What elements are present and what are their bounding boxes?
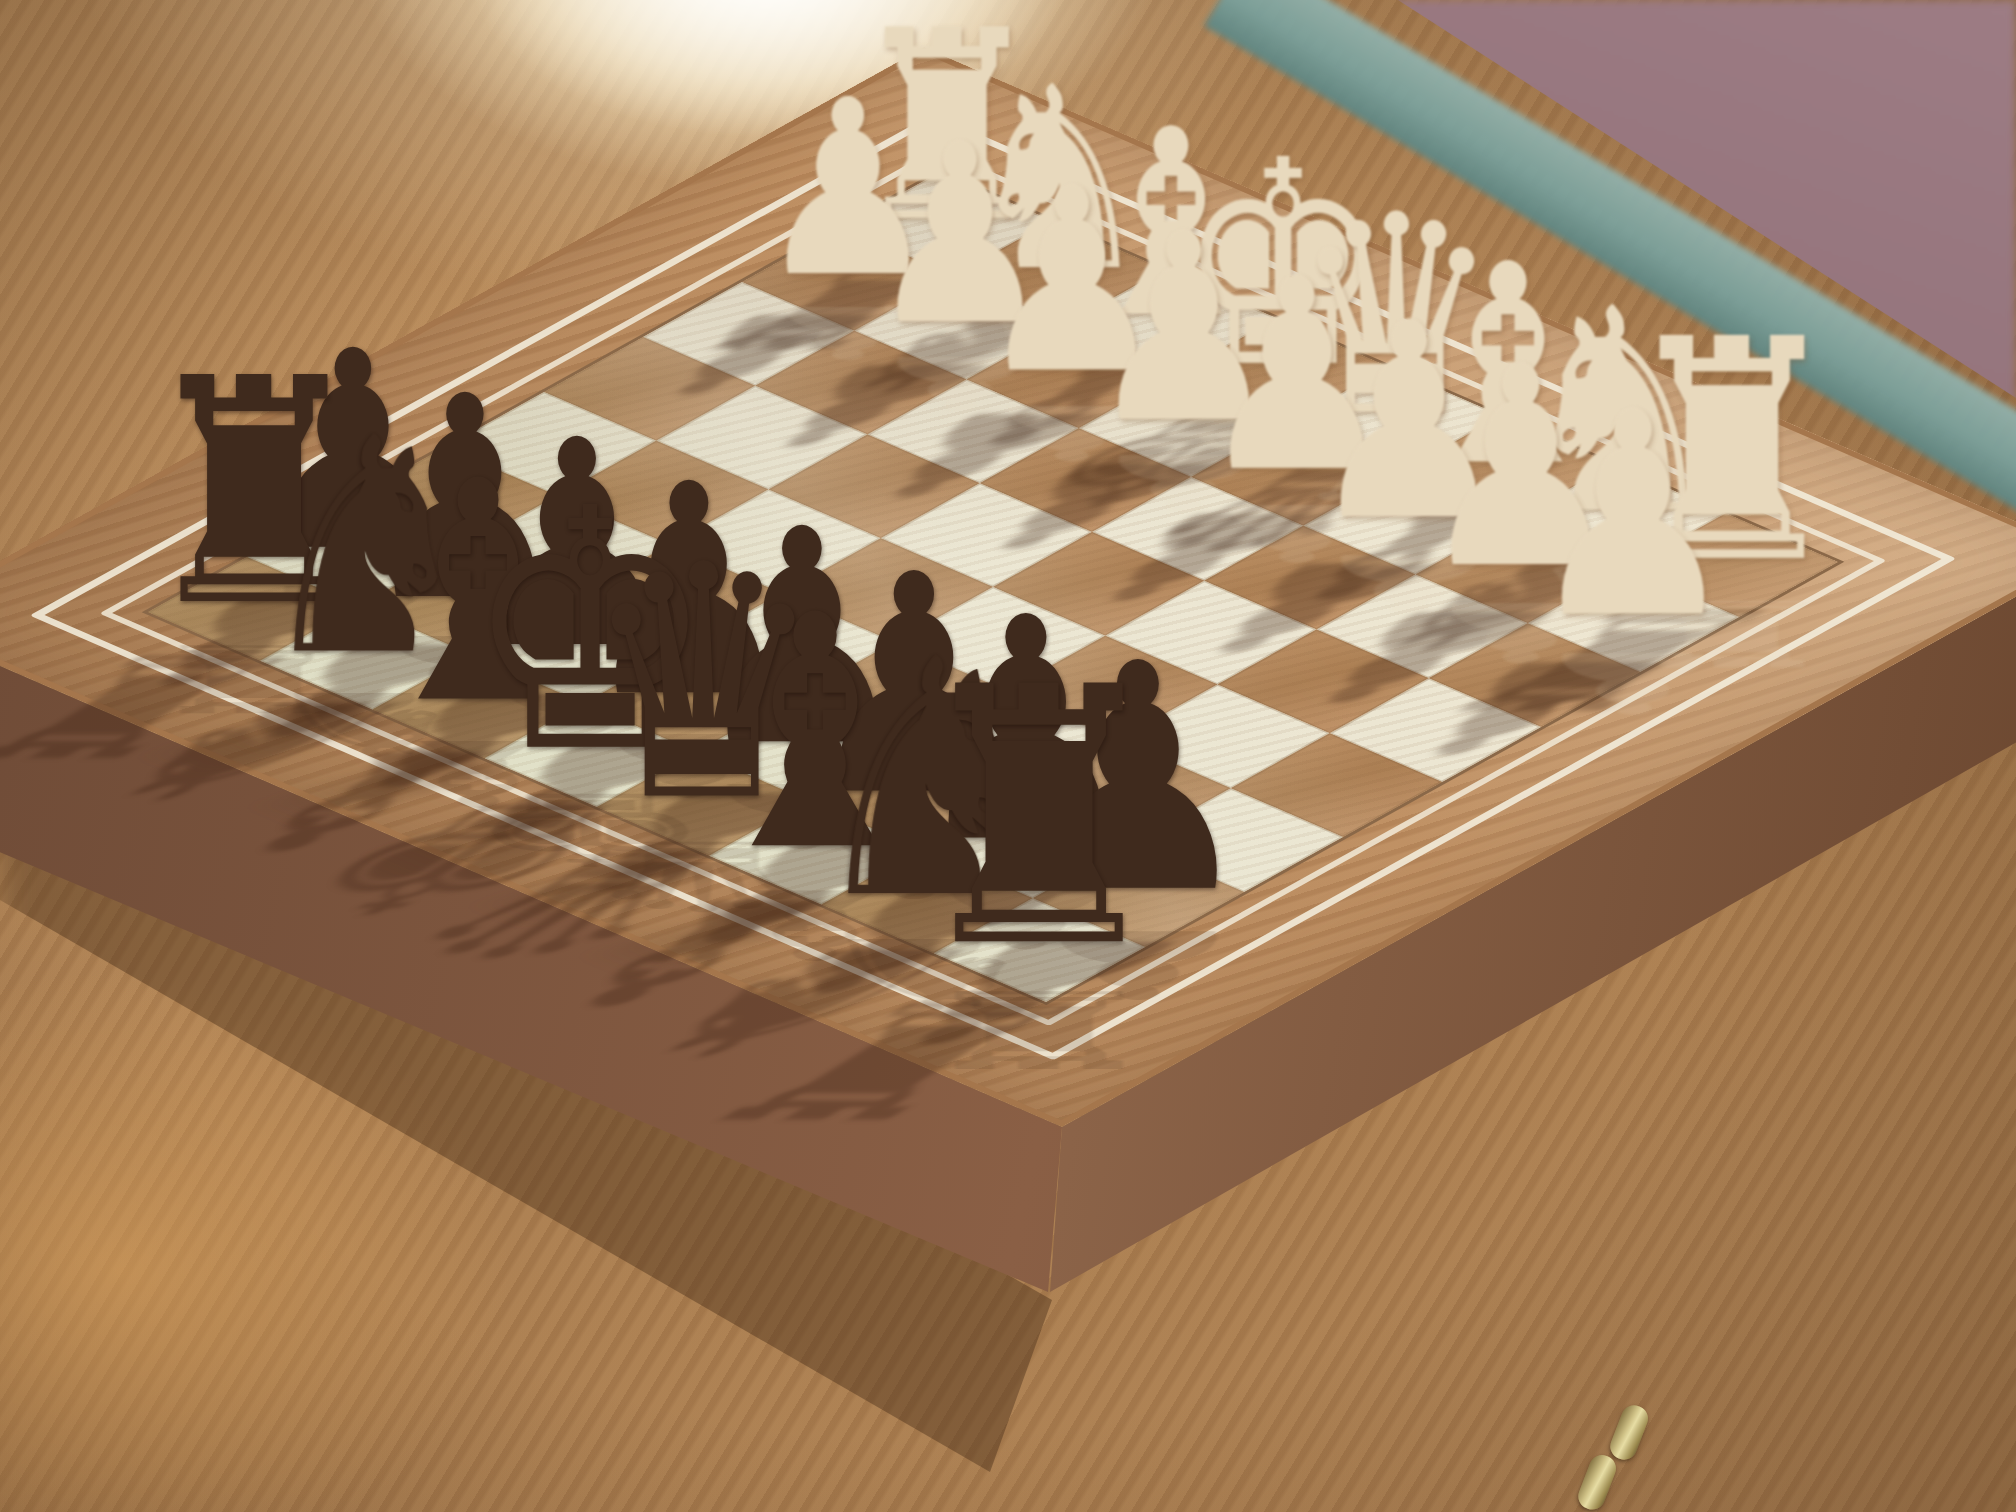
- scene: ♜♜♜♞♞♞♝♝♝♛♛♛♚♚♚♝♝♝♞♞♞♜♜♜♟♟♟♟♟♟♟♟♟♟♟♟♟♟♟♟…: [0, 0, 2016, 1512]
- hinge-barrel-top: [1606, 1402, 1651, 1464]
- piece-glyph: ♟: [1527, 375, 1739, 657]
- piece-glyph: ♜: [906, 642, 1173, 996]
